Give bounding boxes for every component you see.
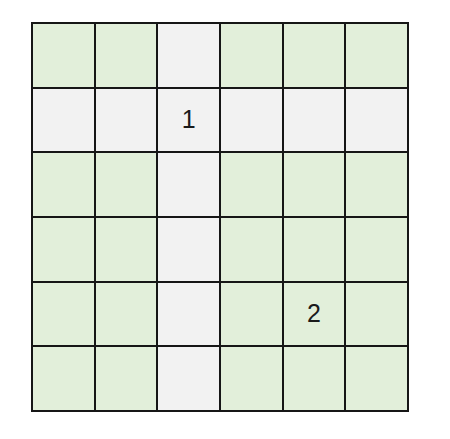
cell-r2c2[interactable] xyxy=(96,89,157,152)
cell-r6c1[interactable] xyxy=(33,347,94,410)
cell-r5c2[interactable] xyxy=(96,283,157,346)
cell-r4c1[interactable] xyxy=(33,218,94,281)
cell-r4c2[interactable] xyxy=(96,218,157,281)
cell-r2c3[interactable]: 1 xyxy=(158,89,219,152)
cell-r5c6[interactable] xyxy=(346,283,407,346)
cell-r6c5[interactable] xyxy=(284,347,345,410)
cell-r3c1[interactable] xyxy=(33,153,94,216)
cell-r6c3[interactable] xyxy=(158,347,219,410)
cell-r1c3[interactable] xyxy=(158,24,219,87)
cell-r4c3[interactable] xyxy=(158,218,219,281)
cell-r6c6[interactable] xyxy=(346,347,407,410)
cell-r1c1[interactable] xyxy=(33,24,94,87)
cell-r3c6[interactable] xyxy=(346,153,407,216)
cell-r2c4[interactable] xyxy=(221,89,282,152)
cell-r6c2[interactable] xyxy=(96,347,157,410)
puzzle-board: 12 xyxy=(31,22,409,412)
cell-r2c6[interactable] xyxy=(346,89,407,152)
cell-r1c6[interactable] xyxy=(346,24,407,87)
cell-r1c2[interactable] xyxy=(96,24,157,87)
cell-r3c2[interactable] xyxy=(96,153,157,216)
cell-r4c4[interactable] xyxy=(221,218,282,281)
cell-r4c5[interactable] xyxy=(284,218,345,281)
cell-r6c4[interactable] xyxy=(221,347,282,410)
cell-r2c5[interactable] xyxy=(284,89,345,152)
cell-r4c6[interactable] xyxy=(346,218,407,281)
cell-r5c3[interactable] xyxy=(158,283,219,346)
cell-r5c4[interactable] xyxy=(221,283,282,346)
cell-r2c1[interactable] xyxy=(33,89,94,152)
cell-r5c1[interactable] xyxy=(33,283,94,346)
cell-r5c5[interactable]: 2 xyxy=(284,283,345,346)
cell-r3c3[interactable] xyxy=(158,153,219,216)
cell-r1c4[interactable] xyxy=(221,24,282,87)
cell-r3c4[interactable] xyxy=(221,153,282,216)
cell-r1c5[interactable] xyxy=(284,24,345,87)
cell-r3c5[interactable] xyxy=(284,153,345,216)
